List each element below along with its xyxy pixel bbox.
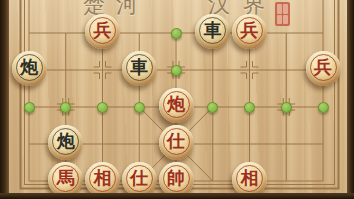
- move-hint-dot[interactable]: [318, 102, 329, 113]
- piece-black-cannon[interactable]: 炮: [48, 125, 83, 160]
- piece-character: 相: [232, 161, 267, 196]
- piece-red-soldier[interactable]: 兵: [85, 14, 120, 49]
- piece-red-horse[interactable]: 馬: [48, 162, 83, 197]
- piece-character: 馬: [48, 161, 83, 196]
- piece-red-cannon[interactable]: 炮: [159, 88, 194, 123]
- piece-black-cannon[interactable]: 炮: [12, 51, 47, 86]
- move-hint-dot[interactable]: [171, 65, 182, 76]
- board-frame-right-edge: [347, 0, 354, 199]
- move-hint-dot[interactable]: [281, 102, 292, 113]
- piece-character: 仕: [159, 124, 194, 159]
- move-hint-dot[interactable]: [97, 102, 108, 113]
- move-hint-dot[interactable]: [207, 102, 218, 113]
- move-hint-dot[interactable]: [171, 28, 182, 39]
- piece-character: 兵: [85, 13, 120, 48]
- xiangqi-app-screen: 楚河 汉界 兵車兵炮車兵炮炮仕馬相仕帥相: [0, 0, 354, 199]
- piece-character: 相: [85, 161, 120, 196]
- piece-black-chariot[interactable]: 車: [122, 51, 157, 86]
- piece-character: 兵: [232, 13, 267, 48]
- piece-character: 炮: [12, 50, 47, 85]
- piece-character: 仕: [122, 161, 157, 196]
- board-frame-bottom-edge: [0, 193, 354, 199]
- piece-red-elephant[interactable]: 相: [85, 162, 120, 197]
- piece-character: 車: [195, 13, 230, 48]
- piece-red-soldier[interactable]: 兵: [306, 51, 341, 86]
- move-hint-dot[interactable]: [24, 102, 35, 113]
- piece-red-advisor[interactable]: 仕: [159, 125, 194, 160]
- piece-red-advisor[interactable]: 仕: [122, 162, 157, 197]
- board-frame-left-edge: [0, 0, 9, 199]
- piece-red-elephant[interactable]: 相: [232, 162, 267, 197]
- piece-character: 帥: [159, 161, 194, 196]
- piece-red-king[interactable]: 帥: [159, 162, 194, 197]
- piece-character: 車: [122, 50, 157, 85]
- move-hint-dot[interactable]: [244, 102, 255, 113]
- piece-character: 炮: [159, 87, 194, 122]
- piece-character: 兵: [306, 50, 341, 85]
- piece-red-soldier[interactable]: 兵: [232, 14, 267, 49]
- xiangqi-board[interactable]: 楚河 汉界 兵車兵炮車兵炮炮仕馬相仕帥相: [0, 0, 354, 199]
- piece-character: 炮: [48, 124, 83, 159]
- move-hint-dot[interactable]: [60, 102, 71, 113]
- piece-black-chariot[interactable]: 車: [195, 14, 230, 49]
- move-hint-dot[interactable]: [134, 102, 145, 113]
